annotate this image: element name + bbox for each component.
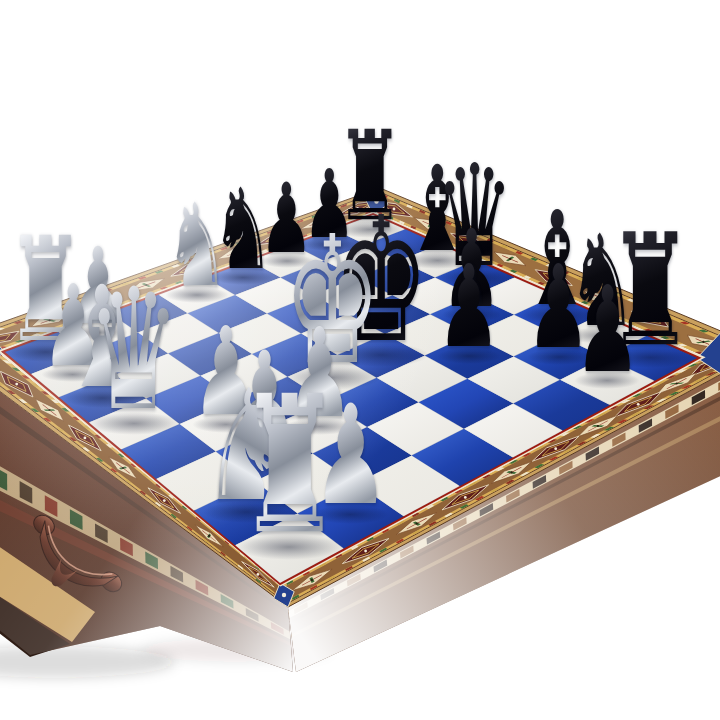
piece-white-queen-d1[interactable]: ♛ xyxy=(82,267,186,435)
piece-black-pawn-h7[interactable]: ♟ xyxy=(570,270,644,389)
piece-black-pawn-f6[interactable]: ♟ xyxy=(434,250,505,364)
chess-set-photo: ♜♟♝♟♞♛♞♟♝♟♞♜♚♟♟♜♟♚♟♝♛♟♟♟♞♟♜ xyxy=(0,0,720,720)
pieces-layer: ♜♟♝♟♞♛♞♟♝♟♞♜♚♟♟♜♟♚♟♝♛♟♟♟♞♟♜ xyxy=(0,0,720,720)
piece-white-rook-h1[interactable]: ♜ xyxy=(230,371,347,560)
